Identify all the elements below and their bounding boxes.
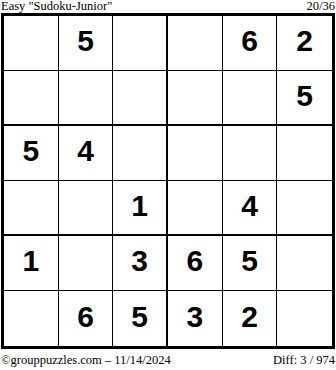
given-cell-r3c1: 5 [4,126,59,181]
sudoku-board: 5625541413656532 [1,13,335,349]
empty-cell-r1c3[interactable] [113,16,168,71]
empty-cell-r5c6[interactable] [277,236,332,291]
given-cell-r4c5: 4 [223,181,278,236]
empty-cell-r6c1[interactable] [4,291,59,346]
empty-cell-r4c1[interactable] [4,181,59,236]
empty-cell-r2c3[interactable] [113,71,168,126]
given-cell-r6c2: 6 [59,291,114,346]
empty-cell-r3c4[interactable] [168,126,223,181]
given-cell-r1c2: 5 [59,16,114,71]
empty-cell-r3c5[interactable] [223,126,278,181]
empty-cell-r1c1[interactable] [4,16,59,71]
empty-cell-r6c6[interactable] [277,291,332,346]
given-cell-r3c2: 4 [59,126,114,181]
empty-cell-r4c4[interactable] [168,181,223,236]
givens-counter: 20/36 [307,0,335,13]
puzzle-title: Easy "Sudoku-Junior" [1,0,112,13]
puzzle-page: Easy "Sudoku-Junior" 20/36 5625541413656… [0,0,336,370]
empty-cell-r4c2[interactable] [59,181,114,236]
given-cell-r5c1: 1 [4,236,59,291]
given-cell-r2c6: 5 [277,71,332,126]
empty-cell-r2c2[interactable] [59,71,114,126]
empty-cell-r3c3[interactable] [113,126,168,181]
given-cell-r5c3: 3 [113,236,168,291]
footer: ©grouppuzzles.com – 11/14/2024 Diff: 3 /… [1,351,335,369]
given-cell-r1c5: 6 [223,16,278,71]
empty-cell-r3c6[interactable] [277,126,332,181]
header: Easy "Sudoku-Junior" 20/36 [1,0,335,13]
given-cell-r6c3: 5 [113,291,168,346]
given-cell-r5c5: 5 [223,236,278,291]
empty-cell-r2c5[interactable] [223,71,278,126]
given-cell-r5c4: 6 [168,236,223,291]
given-cell-r1c6: 2 [277,16,332,71]
empty-cell-r1c4[interactable] [168,16,223,71]
empty-cell-r4c6[interactable] [277,181,332,236]
given-cell-r6c4: 3 [168,291,223,346]
given-cell-r4c3: 1 [113,181,168,236]
empty-cell-r5c2[interactable] [59,236,114,291]
given-cell-r6c5: 2 [223,291,278,346]
difficulty-label: Diff: 3 / 974 [273,353,335,368]
empty-cell-r2c1[interactable] [4,71,59,126]
copyright-date: ©grouppuzzles.com – 11/14/2024 [1,353,171,368]
empty-cell-r2c4[interactable] [168,71,223,126]
